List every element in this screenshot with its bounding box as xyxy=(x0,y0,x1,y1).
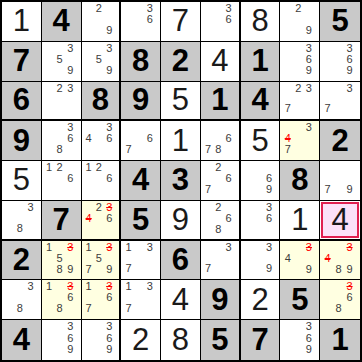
empty-candidate-slot xyxy=(253,213,264,224)
candidate-2: 2 xyxy=(213,202,223,213)
empty-candidate-slot xyxy=(4,292,15,303)
empty-candidate-slot xyxy=(4,281,15,292)
candidate-3: 3 xyxy=(304,122,315,133)
pencil-marks: 67 xyxy=(123,122,155,155)
empty-candidate-slot xyxy=(134,14,145,25)
candidate-9: 9 xyxy=(65,264,76,275)
cell-r2c5[interactable]: 2 xyxy=(161,42,201,82)
cell-r6c9[interactable]: 4 xyxy=(320,201,360,241)
empty-candidate-slot xyxy=(54,344,65,355)
solved-digit: 4 xyxy=(201,42,239,81)
cell-r9c6[interactable]: 5 xyxy=(201,320,241,360)
given-digit: 4 xyxy=(241,82,280,120)
empty-candidate-slot xyxy=(243,184,254,195)
pencil-marks: 37 xyxy=(322,83,355,115)
empty-candidate-slot xyxy=(145,144,156,155)
cell-r1c3[interactable]: 29 xyxy=(82,2,122,42)
cell-r3c3[interactable]: 8 xyxy=(82,82,122,122)
empty-candidate-slot xyxy=(94,281,104,292)
empty-candidate-slot xyxy=(213,184,223,195)
cell-r2c8[interactable]: 369 xyxy=(280,42,320,82)
candidate-2: 2 xyxy=(94,3,104,14)
empty-candidate-slot xyxy=(104,303,114,314)
candidate-6: 6 xyxy=(145,14,156,25)
empty-candidate-slot xyxy=(282,65,293,76)
empty-candidate-slot xyxy=(344,94,355,104)
cell-r3c6[interactable]: 1 xyxy=(201,82,241,122)
candidate-9: 9 xyxy=(304,264,315,275)
empty-candidate-slot xyxy=(322,162,333,173)
pencil-marks: 1368 xyxy=(44,281,76,314)
empty-candidate-slot xyxy=(282,242,293,253)
cell-r5c5[interactable]: 3 xyxy=(161,161,201,201)
empty-candidate-slot xyxy=(94,213,104,224)
empty-candidate-slot xyxy=(44,54,55,65)
empty-candidate-slot xyxy=(84,3,94,14)
empty-candidate-slot xyxy=(84,332,94,343)
cell-r1c6[interactable]: 36 xyxy=(201,2,241,42)
candidate-7: 7 xyxy=(322,103,333,114)
empty-candidate-slot xyxy=(134,253,145,264)
cell-r6c8[interactable]: 1 xyxy=(280,201,320,241)
pencil-marks: 38 xyxy=(4,281,36,314)
empty-candidate-slot xyxy=(203,213,213,224)
empty-candidate-slot xyxy=(282,332,293,343)
pencil-marks: 36 xyxy=(203,3,234,36)
cell-r1c4[interactable]: 36 xyxy=(121,2,161,42)
cell-r5c4[interactable]: 4 xyxy=(121,161,161,201)
cell-r5c3[interactable]: 126 xyxy=(82,161,122,201)
cell-r4c7[interactable]: 5 xyxy=(241,121,281,161)
cell-r9c3[interactable]: 369 xyxy=(82,320,122,360)
cell-r9c4[interactable]: 2 xyxy=(121,320,161,360)
empty-candidate-slot xyxy=(65,144,76,155)
pencil-marks: 69 xyxy=(243,162,275,195)
cell-r9c7[interactable]: 7 xyxy=(241,320,281,360)
candidate-7: 7 xyxy=(203,184,213,195)
cell-r6c4[interactable]: 5 xyxy=(121,201,161,241)
candidate-9: 9 xyxy=(65,344,76,355)
cell-r7c1[interactable]: 2 xyxy=(2,241,42,281)
empty-candidate-slot xyxy=(282,3,293,14)
given-digit: 1 xyxy=(201,82,239,120)
cell-r4c8[interactable]: 347 xyxy=(280,121,320,161)
empty-candidate-slot xyxy=(84,321,94,332)
empty-candidate-slot xyxy=(44,332,55,343)
empty-candidate-slot xyxy=(44,292,55,303)
cell-r7c7[interactable]: 39 xyxy=(241,241,281,281)
empty-candidate-slot xyxy=(94,173,104,184)
empty-candidate-slot xyxy=(293,122,304,133)
empty-candidate-slot xyxy=(54,173,65,184)
candidate-7: 7 xyxy=(282,144,293,155)
candidate-6: 6 xyxy=(145,133,156,144)
empty-candidate-slot xyxy=(54,321,65,332)
cell-r6c2[interactable]: 7 xyxy=(42,201,82,241)
cell-r8c6[interactable]: 9 xyxy=(201,280,241,320)
cell-r3c1[interactable]: 6 xyxy=(2,82,42,122)
given-digit: 4 xyxy=(2,320,41,360)
cell-r8c1[interactable]: 38 xyxy=(2,280,42,320)
empty-candidate-slot xyxy=(4,213,15,223)
empty-candidate-slot xyxy=(213,173,223,184)
pencil-marks: 126 xyxy=(44,162,76,195)
empty-candidate-slot xyxy=(223,144,233,155)
given-digit: 1 xyxy=(241,42,280,81)
pencil-marks: 268 xyxy=(203,202,234,234)
cell-r7c9[interactable]: 3489 xyxy=(320,241,360,281)
cell-r2c1[interactable]: 7 xyxy=(2,42,42,82)
cell-r8c7[interactable]: 2 xyxy=(241,280,281,320)
candidate-8: 8 xyxy=(15,303,26,314)
cell-r2c4[interactable]: 8 xyxy=(121,42,161,82)
empty-candidate-slot xyxy=(44,264,55,275)
empty-candidate-slot xyxy=(145,263,156,274)
cell-r6c1[interactable]: 38 xyxy=(2,201,42,241)
empty-candidate-slot xyxy=(333,103,344,114)
pencil-marks: 369 xyxy=(44,321,76,355)
empty-candidate-slot xyxy=(94,25,104,36)
cell-r5c1[interactable]: 5 xyxy=(2,161,42,201)
candidate-1: 1 xyxy=(44,281,55,292)
candidate-6: 6 xyxy=(344,292,355,303)
pencil-marks: 36 xyxy=(243,202,275,234)
candidate-3: 3 xyxy=(65,83,76,94)
cell-r5c2[interactable]: 126 xyxy=(42,161,82,201)
pencil-marks: 678 xyxy=(203,122,234,155)
given-digit: 4 xyxy=(121,161,160,200)
empty-candidate-slot xyxy=(203,122,213,133)
candidate-8: 8 xyxy=(54,303,65,314)
empty-candidate-slot xyxy=(54,104,65,114)
empty-candidate-slot xyxy=(84,65,94,76)
cell-r4c9[interactable]: 2 xyxy=(320,121,360,161)
empty-candidate-slot xyxy=(54,65,65,76)
candidate-9: 9 xyxy=(344,184,355,195)
pencil-marks: 3489 xyxy=(322,242,355,275)
empty-candidate-slot xyxy=(293,14,304,25)
empty-candidate-slot xyxy=(243,202,254,213)
empty-candidate-slot xyxy=(134,242,145,253)
candidate-2: 2 xyxy=(293,83,304,94)
candidate-9: 9 xyxy=(304,65,315,76)
cell-r3c9[interactable]: 37 xyxy=(320,82,360,122)
empty-candidate-slot xyxy=(94,122,104,133)
solved-digit: 9 xyxy=(161,201,200,239)
cell-r1c1[interactable]: 1 xyxy=(2,2,42,42)
pencil-marks: 1367 xyxy=(84,281,115,314)
candidate-1: 1 xyxy=(44,242,55,253)
empty-candidate-slot xyxy=(145,253,156,264)
cell-r8c4[interactable]: 137 xyxy=(121,280,161,320)
candidate-3: 3 xyxy=(25,281,36,292)
candidate-7: 7 xyxy=(322,184,333,195)
empty-candidate-slot xyxy=(243,263,254,274)
candidate-6: 6 xyxy=(65,173,76,184)
cell-r4c1[interactable]: 9 xyxy=(2,121,42,161)
cell-r3c5[interactable]: 5 xyxy=(161,82,201,122)
empty-candidate-slot xyxy=(223,253,233,264)
solved-digit: 1 xyxy=(2,2,41,41)
cell-r4c2[interactable]: 368 xyxy=(42,121,82,161)
empty-candidate-slot xyxy=(304,253,315,264)
empty-candidate-slot xyxy=(243,253,254,264)
given-digit: 2 xyxy=(161,42,200,81)
empty-candidate-slot xyxy=(203,242,213,253)
candidate-3: 3 xyxy=(104,43,114,54)
sudoku-board: 1429367368295735935982413693696238951423… xyxy=(0,0,362,362)
cell-r7c6[interactable]: 37 xyxy=(201,241,241,281)
given-digit: 9 xyxy=(121,82,160,120)
empty-candidate-slot xyxy=(44,65,55,76)
cell-r2c3[interactable]: 359 xyxy=(82,42,122,82)
cell-r3c8[interactable]: 237 xyxy=(280,82,320,122)
cell-r4c5[interactable]: 1 xyxy=(161,121,201,161)
cell-r7c3[interactable]: 13579 xyxy=(82,241,122,281)
empty-candidate-slot xyxy=(15,202,26,213)
cell-r5c7[interactable]: 69 xyxy=(241,161,281,201)
empty-candidate-slot xyxy=(293,321,304,332)
cell-r1c8[interactable]: 29 xyxy=(280,2,320,42)
cell-r3c4[interactable]: 9 xyxy=(121,82,161,122)
cell-r2c2[interactable]: 359 xyxy=(42,42,82,82)
empty-candidate-slot xyxy=(44,83,55,94)
cell-r6c6[interactable]: 268 xyxy=(201,201,241,241)
candidate-7: 7 xyxy=(84,303,94,314)
cell-r9c2[interactable]: 369 xyxy=(42,320,82,360)
empty-candidate-slot xyxy=(54,332,65,343)
cell-r7c5[interactable]: 6 xyxy=(161,241,201,281)
candidate-2: 2 xyxy=(54,162,65,173)
cell-r7c8[interactable]: 349 xyxy=(280,241,320,281)
empty-candidate-slot xyxy=(104,184,114,195)
empty-candidate-slot xyxy=(322,65,333,76)
empty-candidate-slot xyxy=(282,264,293,275)
empty-candidate-slot xyxy=(223,184,233,195)
cell-r8c5[interactable]: 4 xyxy=(161,280,201,320)
eliminated-candidate-3: 3 xyxy=(104,242,114,253)
candidate-6: 6 xyxy=(223,173,233,184)
empty-candidate-slot xyxy=(293,103,304,114)
given-digit: 2 xyxy=(320,121,360,160)
empty-candidate-slot xyxy=(134,292,145,303)
empty-candidate-slot xyxy=(333,173,344,184)
candidate-9: 9 xyxy=(264,184,275,195)
empty-candidate-slot xyxy=(25,292,36,303)
cell-r8c8[interactable]: 5 xyxy=(280,280,320,320)
candidate-2: 2 xyxy=(213,162,223,173)
cell-r7c2[interactable]: 13589 xyxy=(42,241,82,281)
empty-candidate-slot xyxy=(304,103,315,114)
given-digit: 7 xyxy=(2,42,41,81)
empty-candidate-slot xyxy=(94,224,104,234)
given-digit: 7 xyxy=(241,320,280,360)
pencil-marks: 36 xyxy=(123,3,155,36)
empty-candidate-slot xyxy=(344,162,355,173)
empty-candidate-slot xyxy=(15,281,26,292)
empty-candidate-slot xyxy=(253,224,264,234)
cell-r8c2[interactable]: 1368 xyxy=(42,280,82,320)
solved-digit: 1 xyxy=(280,201,319,239)
empty-candidate-slot xyxy=(134,122,145,133)
empty-candidate-slot xyxy=(134,133,145,144)
candidate-3: 3 xyxy=(344,83,355,94)
empty-candidate-slot xyxy=(293,253,304,264)
empty-candidate-slot xyxy=(344,103,355,114)
pencil-marks: 346 xyxy=(84,122,115,155)
cell-r2c7[interactable]: 1 xyxy=(241,42,281,82)
candidate-3: 3 xyxy=(145,242,156,253)
candidate-8: 8 xyxy=(54,264,65,275)
empty-candidate-slot xyxy=(203,3,213,14)
empty-candidate-slot xyxy=(44,321,55,332)
empty-candidate-slot xyxy=(44,344,55,355)
empty-candidate-slot xyxy=(104,253,114,264)
candidate-6: 6 xyxy=(104,213,114,224)
empty-candidate-slot xyxy=(44,122,55,133)
pencil-marks: 29 xyxy=(282,3,314,36)
empty-candidate-slot xyxy=(264,224,275,234)
empty-candidate-slot xyxy=(44,303,55,314)
cell-r1c7[interactable]: 8 xyxy=(241,2,281,42)
solved-digit: 4 xyxy=(320,201,360,239)
empty-candidate-slot xyxy=(145,303,156,314)
candidate-5: 5 xyxy=(54,253,65,264)
given-digit: 5 xyxy=(121,201,160,239)
pencil-marks: 347 xyxy=(282,122,314,155)
cell-r9c5[interactable]: 8 xyxy=(161,320,201,360)
given-digit: 6 xyxy=(161,241,200,280)
empty-candidate-slot xyxy=(243,173,254,184)
empty-candidate-slot xyxy=(84,253,94,264)
candidate-8: 8 xyxy=(54,144,65,155)
empty-candidate-slot xyxy=(203,162,213,173)
pencil-marks: 137 xyxy=(123,281,155,314)
empty-candidate-slot xyxy=(94,292,104,303)
cell-r1c5[interactable]: 7 xyxy=(161,2,201,42)
cell-r4c4[interactable]: 67 xyxy=(121,121,161,161)
cell-r4c6[interactable]: 678 xyxy=(201,121,241,161)
empty-candidate-slot xyxy=(134,3,145,14)
pencil-marks: 267 xyxy=(203,162,234,195)
pencil-marks: 369 xyxy=(322,43,355,76)
candidate-1: 1 xyxy=(44,162,55,173)
empty-candidate-slot xyxy=(65,94,76,104)
empty-candidate-slot xyxy=(322,43,333,54)
empty-candidate-slot xyxy=(44,133,55,144)
cell-r5c8[interactable]: 8 xyxy=(280,161,320,201)
cell-r5c6[interactable]: 267 xyxy=(201,161,241,201)
eliminated-candidate-3: 3 xyxy=(344,242,355,253)
cell-r3c7[interactable]: 4 xyxy=(241,82,281,122)
empty-candidate-slot xyxy=(243,213,254,224)
empty-candidate-slot xyxy=(213,263,223,274)
empty-candidate-slot xyxy=(54,242,65,253)
candidate-5: 5 xyxy=(94,253,104,264)
empty-candidate-slot xyxy=(322,292,333,303)
empty-candidate-slot xyxy=(322,54,333,65)
empty-candidate-slot xyxy=(304,133,315,144)
empty-candidate-slot xyxy=(333,184,344,195)
candidate-6: 6 xyxy=(104,173,114,184)
empty-candidate-slot xyxy=(223,25,233,36)
empty-candidate-slot xyxy=(84,14,94,25)
cell-r8c9[interactable]: 368 xyxy=(320,280,360,320)
empty-candidate-slot xyxy=(123,25,134,36)
solved-digit: 1 xyxy=(161,121,200,160)
pencil-marks: 359 xyxy=(84,43,115,76)
cell-r9c1[interactable]: 4 xyxy=(2,320,42,360)
empty-candidate-slot xyxy=(253,242,264,253)
empty-candidate-slot xyxy=(304,144,315,155)
cell-r7c4[interactable]: 137 xyxy=(121,241,161,281)
empty-candidate-slot xyxy=(44,94,55,104)
empty-candidate-slot xyxy=(213,253,223,264)
empty-candidate-slot xyxy=(94,303,104,314)
cell-r1c2[interactable]: 4 xyxy=(42,2,82,42)
cell-r5c9[interactable]: 79 xyxy=(320,161,360,201)
candidate-8: 8 xyxy=(213,144,223,155)
cell-r8c3[interactable]: 1367 xyxy=(82,280,122,320)
cell-r9c8[interactable]: 369 xyxy=(280,320,320,360)
cell-r2c9[interactable]: 369 xyxy=(320,42,360,82)
cell-r6c7[interactable]: 36 xyxy=(241,201,281,241)
candidate-9: 9 xyxy=(344,264,355,275)
empty-candidate-slot xyxy=(44,184,55,195)
candidate-7: 7 xyxy=(203,263,213,274)
candidate-3: 3 xyxy=(264,242,275,253)
empty-candidate-slot xyxy=(282,54,293,65)
candidate-7: 7 xyxy=(282,103,293,114)
candidate-2: 2 xyxy=(293,3,304,14)
cell-r9c9[interactable]: 1 xyxy=(320,320,360,360)
empty-candidate-slot xyxy=(123,3,134,14)
empty-candidate-slot xyxy=(84,25,94,36)
cell-r1c9[interactable]: 5 xyxy=(320,2,360,42)
empty-candidate-slot xyxy=(282,25,293,36)
candidate-2: 2 xyxy=(94,202,104,213)
given-digit: 8 xyxy=(280,161,319,200)
empty-candidate-slot xyxy=(25,303,36,314)
empty-candidate-slot xyxy=(44,104,55,114)
pencil-marks: 38 xyxy=(4,202,36,234)
candidate-6: 6 xyxy=(223,133,233,144)
pencil-marks: 126 xyxy=(84,162,115,195)
empty-candidate-slot xyxy=(333,162,344,173)
cell-r6c3[interactable]: 2346 xyxy=(82,201,122,241)
given-digit: 6 xyxy=(2,82,41,120)
pencil-marks: 359 xyxy=(44,43,76,76)
candidate-9: 9 xyxy=(104,344,114,355)
pencil-marks: 23 xyxy=(44,83,76,115)
empty-candidate-slot xyxy=(94,14,104,25)
empty-candidate-slot xyxy=(253,184,264,195)
candidate-3: 3 xyxy=(25,202,36,213)
candidate-7: 7 xyxy=(123,303,134,314)
candidate-3: 3 xyxy=(104,321,114,332)
pencil-marks: 79 xyxy=(322,162,355,195)
empty-candidate-slot xyxy=(134,25,145,36)
cell-r6c5[interactable]: 9 xyxy=(161,201,201,241)
empty-candidate-slot xyxy=(293,65,304,76)
candidate-8: 8 xyxy=(213,224,223,235)
cell-r3c2[interactable]: 23 xyxy=(42,82,82,122)
empty-candidate-slot xyxy=(94,184,104,195)
cell-r2c6[interactable]: 4 xyxy=(201,42,241,82)
cell-r4c3[interactable]: 346 xyxy=(82,121,122,161)
empty-candidate-slot xyxy=(304,94,315,104)
eliminated-candidate-3: 3 xyxy=(65,242,76,253)
